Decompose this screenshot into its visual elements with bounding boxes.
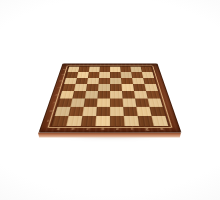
file-label-b: b xyxy=(64,126,80,133)
file-label-a: a xyxy=(49,126,65,133)
square-g1[interactable] xyxy=(137,116,153,126)
file-labels: abcdefgh xyxy=(49,126,169,133)
file-label-c: c xyxy=(79,126,95,133)
square-c1[interactable] xyxy=(80,116,95,126)
file-label-f: f xyxy=(124,126,140,133)
square-h1[interactable] xyxy=(151,116,168,126)
board-grid xyxy=(51,67,167,126)
square-d1[interactable] xyxy=(95,116,110,126)
square-e1[interactable] xyxy=(110,116,125,126)
board-side-edge xyxy=(38,132,181,137)
file-label-d: d xyxy=(94,126,109,133)
chess-board: abcdefgh 87654321 xyxy=(38,64,181,133)
file-label-e: e xyxy=(110,126,125,133)
square-f1[interactable] xyxy=(123,116,138,126)
file-label-g: g xyxy=(139,126,155,133)
square-b1[interactable] xyxy=(66,116,82,126)
photo-background: abcdefgh 87654321 xyxy=(0,0,220,200)
file-label-h: h xyxy=(153,126,169,133)
